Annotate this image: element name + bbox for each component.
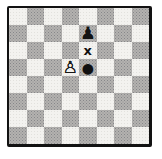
square-f6[interactable] (97, 42, 115, 59)
square-d4[interactable] (62, 76, 80, 93)
square-c7[interactable] (44, 25, 62, 42)
square-a7[interactable] (9, 25, 27, 42)
square-g8[interactable] (114, 8, 132, 25)
square-f7[interactable] (97, 25, 115, 42)
square-h6[interactable] (132, 42, 150, 59)
white-pawn: ♙ (63, 59, 78, 76)
square-a4[interactable] (9, 76, 27, 93)
chess-board-frame: ♟x♙● (7, 6, 152, 147)
square-b6[interactable] (27, 42, 45, 59)
square-e3[interactable] (79, 93, 97, 110)
square-f2[interactable] (97, 110, 115, 127)
square-e2[interactable] (79, 110, 97, 127)
square-f4[interactable] (97, 76, 115, 93)
square-b2[interactable] (27, 110, 45, 127)
square-d7[interactable] (62, 25, 80, 42)
square-f1[interactable] (97, 127, 115, 144)
square-d1[interactable] (62, 127, 80, 144)
square-c6[interactable] (44, 42, 62, 59)
square-h2[interactable] (132, 110, 150, 127)
square-b5[interactable] (27, 59, 45, 76)
chess-board: ♟x♙● (9, 8, 149, 144)
square-h7[interactable] (132, 25, 150, 42)
square-e1[interactable] (79, 127, 97, 144)
square-h5[interactable] (132, 59, 150, 76)
square-h4[interactable] (132, 76, 150, 93)
square-e6[interactable]: x (79, 42, 97, 59)
square-a2[interactable] (9, 110, 27, 127)
square-c8[interactable] (44, 8, 62, 25)
square-e4[interactable] (79, 76, 97, 93)
square-b3[interactable] (27, 93, 45, 110)
square-c3[interactable] (44, 93, 62, 110)
square-f8[interactable] (97, 8, 115, 25)
square-g7[interactable] (114, 25, 132, 42)
square-c4[interactable] (44, 76, 62, 93)
square-b1[interactable] (27, 127, 45, 144)
square-d5[interactable]: ♙ (62, 59, 80, 76)
square-h8[interactable] (132, 8, 150, 25)
square-g6[interactable] (114, 42, 132, 59)
square-a8[interactable] (9, 8, 27, 25)
square-f5[interactable] (97, 59, 115, 76)
square-d8[interactable] (62, 8, 80, 25)
square-g4[interactable] (114, 76, 132, 93)
square-d2[interactable] (62, 110, 80, 127)
square-g2[interactable] (114, 110, 132, 127)
square-b4[interactable] (27, 76, 45, 93)
square-a3[interactable] (9, 93, 27, 110)
square-h3[interactable] (132, 93, 150, 110)
square-c2[interactable] (44, 110, 62, 127)
square-h1[interactable] (132, 127, 150, 144)
square-c1[interactable] (44, 127, 62, 144)
move-marker-dot: ● (82, 61, 94, 75)
square-g1[interactable] (114, 127, 132, 144)
square-c5[interactable] (44, 59, 62, 76)
square-a5[interactable] (9, 59, 27, 76)
square-a1[interactable] (9, 127, 27, 144)
move-marker-x: x (84, 44, 92, 57)
square-b8[interactable] (27, 8, 45, 25)
square-f3[interactable] (97, 93, 115, 110)
square-e5[interactable]: ● (79, 59, 97, 76)
square-e7[interactable]: ♟ (79, 25, 97, 42)
square-b7[interactable] (27, 25, 45, 42)
square-d3[interactable] (62, 93, 80, 110)
square-a6[interactable] (9, 42, 27, 59)
square-g3[interactable] (114, 93, 132, 110)
square-g5[interactable] (114, 59, 132, 76)
black-pawn: ♟ (80, 25, 95, 42)
